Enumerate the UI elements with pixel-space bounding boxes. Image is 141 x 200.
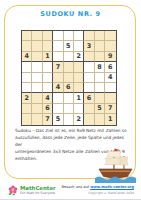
brand-text: MathCenter Fun Math for Everyone bbox=[20, 186, 56, 196]
cell-r9c8[interactable] bbox=[95, 114, 105, 124]
cell-r6c6[interactable] bbox=[74, 83, 84, 93]
cell-r1c2[interactable] bbox=[32, 31, 42, 41]
cell-r9c9[interactable]: 1 bbox=[105, 114, 115, 124]
cell-r9c4[interactable]: 5 bbox=[53, 114, 63, 124]
cell-r3c3[interactable]: 1 bbox=[43, 52, 53, 62]
cell-r2c4[interactable] bbox=[53, 41, 63, 51]
cell-r3c8[interactable] bbox=[95, 52, 105, 62]
cell-r4c9[interactable]: 6 bbox=[105, 62, 115, 72]
cell-r9c2[interactable] bbox=[32, 114, 42, 124]
website-link[interactable]: www.math-center.org bbox=[90, 185, 134, 189]
brand-block: MathCenter Fun Math for Everyone bbox=[8, 185, 56, 196]
page-title: SUDOKU NR. 9 bbox=[0, 10, 141, 18]
cell-r1c4[interactable] bbox=[53, 31, 63, 41]
cell-r4c8[interactable]: 8 bbox=[95, 62, 105, 72]
cell-r8c6[interactable] bbox=[74, 104, 84, 114]
bottom-edge-line bbox=[0, 199, 141, 200]
cell-r7c5[interactable] bbox=[64, 93, 74, 103]
cell-r7c1[interactable]: 2 bbox=[22, 93, 32, 103]
cell-r5c5[interactable] bbox=[64, 73, 74, 83]
cell-r2c1[interactable] bbox=[22, 41, 32, 51]
instructions-line-2: auszufüllen, dass jede Zeile, jede Spalt… bbox=[15, 135, 129, 149]
visit-line: Besuch uns auf www.math-center.org bbox=[62, 185, 134, 190]
cell-r6c5[interactable]: 6 bbox=[64, 83, 74, 93]
cell-r1c9[interactable] bbox=[105, 31, 115, 41]
cell-r4c3[interactable] bbox=[43, 62, 53, 72]
cell-r7c8[interactable] bbox=[95, 93, 105, 103]
cell-r8c8[interactable]: 5 bbox=[95, 104, 105, 114]
cell-r3c9[interactable]: 9 bbox=[105, 52, 115, 62]
cell-r8c1[interactable] bbox=[22, 104, 32, 114]
cell-r8c2[interactable] bbox=[32, 104, 42, 114]
cell-r6c8[interactable] bbox=[95, 83, 105, 93]
cell-r6c2[interactable] bbox=[32, 83, 42, 93]
cell-r4c6[interactable] bbox=[74, 62, 84, 72]
cell-r3c5[interactable] bbox=[64, 52, 74, 62]
cell-r9c5[interactable] bbox=[64, 114, 74, 124]
cell-r2c5[interactable]: 5 bbox=[64, 41, 74, 51]
cell-r8c5[interactable] bbox=[64, 104, 74, 114]
cell-r3c7[interactable] bbox=[84, 52, 94, 62]
cell-r2c2[interactable] bbox=[32, 41, 42, 51]
cell-r6c4[interactable]: 4 bbox=[53, 83, 63, 93]
cell-r8c4[interactable] bbox=[53, 104, 63, 114]
visit-prefix: Besuch uns auf bbox=[62, 185, 91, 189]
cell-r4c7[interactable] bbox=[84, 62, 94, 72]
cell-r4c1[interactable] bbox=[22, 62, 32, 72]
cell-r8c7[interactable] bbox=[84, 104, 94, 114]
cell-r7c3[interactable]: 4 bbox=[43, 93, 53, 103]
cell-r8c3[interactable]: 6 bbox=[43, 104, 53, 114]
cell-r2c6[interactable] bbox=[74, 41, 84, 51]
cell-r6c1[interactable] bbox=[22, 83, 32, 93]
cell-r7c7[interactable]: 6 bbox=[84, 93, 94, 103]
instructions-line-1: Sudoku – Das Ziel ist es, ein 9x9 Netz m… bbox=[15, 128, 129, 135]
sudoku-worksheet-page: SUDOKU NR. 9 53412978644624166577521 Sud… bbox=[0, 0, 141, 200]
cell-r6c9[interactable] bbox=[105, 83, 115, 93]
cell-r8c9[interactable]: 7 bbox=[105, 104, 115, 114]
cell-r5c7[interactable] bbox=[84, 73, 94, 83]
flower-logo-icon bbox=[8, 185, 18, 196]
cell-r1c8[interactable] bbox=[95, 31, 105, 41]
cell-r6c7[interactable] bbox=[84, 83, 94, 93]
cell-r1c7[interactable] bbox=[84, 31, 94, 41]
cell-r4c5[interactable] bbox=[64, 62, 74, 72]
cell-r2c3[interactable] bbox=[43, 41, 53, 51]
sudoku-board: 53412978644624166577521 bbox=[21, 30, 117, 126]
cell-r7c2[interactable] bbox=[32, 93, 42, 103]
cell-r5c2[interactable] bbox=[32, 73, 42, 83]
brand-tagline: Fun Math for Everyone bbox=[20, 192, 56, 196]
cell-r5c4[interactable] bbox=[53, 73, 63, 83]
cell-r3c6[interactable]: 2 bbox=[74, 52, 84, 62]
cell-r1c6[interactable] bbox=[74, 31, 84, 41]
copyright-text: Copyright © MathCenter 2020 bbox=[62, 191, 134, 196]
cell-r5c8[interactable] bbox=[95, 73, 105, 83]
cell-r7c4[interactable] bbox=[53, 93, 63, 103]
cell-r3c1[interactable]: 4 bbox=[22, 52, 32, 62]
sailing-ship-icon bbox=[95, 148, 136, 183]
cell-r3c2[interactable] bbox=[32, 52, 42, 62]
cell-r9c6[interactable]: 2 bbox=[74, 114, 84, 124]
cell-r4c4[interactable]: 7 bbox=[53, 62, 63, 72]
cell-r4c2[interactable] bbox=[32, 62, 42, 72]
cell-r5c6[interactable] bbox=[74, 73, 84, 83]
cell-r1c5[interactable] bbox=[64, 31, 74, 41]
cell-r5c9[interactable]: 4 bbox=[105, 73, 115, 83]
cell-r9c7[interactable] bbox=[84, 114, 94, 124]
cell-r3c4[interactable] bbox=[53, 52, 63, 62]
cell-r5c3[interactable] bbox=[43, 73, 53, 83]
cell-r7c6[interactable]: 1 bbox=[74, 93, 84, 103]
cell-r5c1[interactable] bbox=[22, 73, 32, 83]
cell-r9c1[interactable] bbox=[22, 114, 32, 124]
cell-r2c8[interactable] bbox=[95, 41, 105, 51]
cell-r2c7[interactable]: 3 bbox=[84, 41, 94, 51]
cell-r9c3[interactable]: 7 bbox=[43, 114, 53, 124]
cell-r1c1[interactable] bbox=[22, 31, 32, 41]
cell-r2c9[interactable] bbox=[105, 41, 115, 51]
cell-r6c3[interactable] bbox=[43, 83, 53, 93]
cell-r1c3[interactable] bbox=[43, 31, 53, 41]
cell-r7c9[interactable] bbox=[105, 93, 115, 103]
visit-block: Besuch uns auf www.math-center.org Copyr… bbox=[62, 185, 134, 195]
